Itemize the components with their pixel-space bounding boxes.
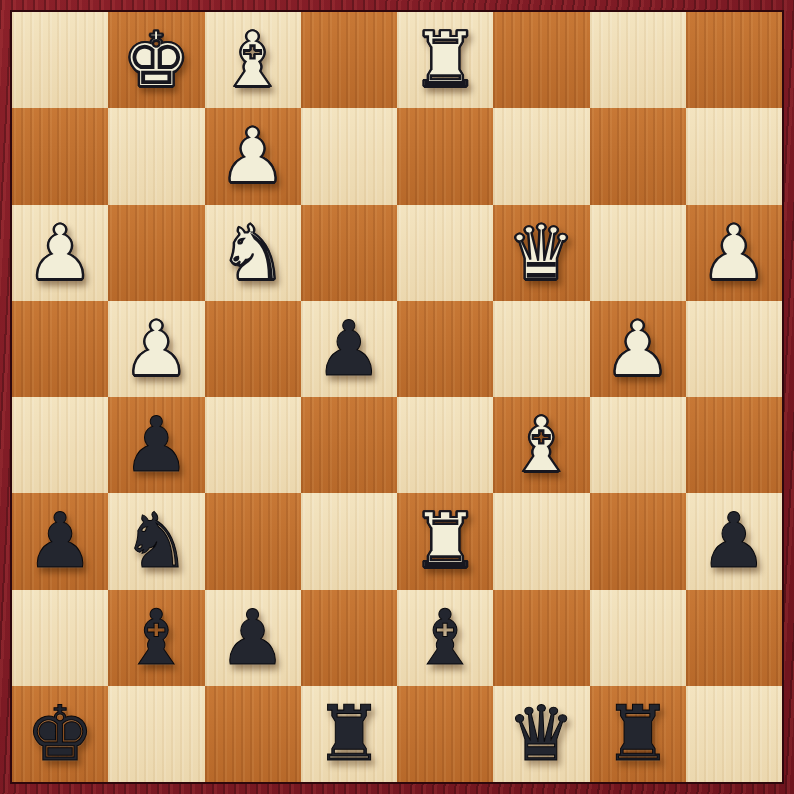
square-c6[interactable]: ♞︎ [205,205,301,301]
piece-white-pawn[interactable]: ♟︎ [26,215,94,291]
square-f3[interactable] [493,493,589,589]
square-a7[interactable] [12,108,108,204]
square-a6[interactable]: ♟︎ [12,205,108,301]
square-g6[interactable] [590,205,686,301]
square-e2[interactable]: ♝︎ [397,590,493,686]
square-d3[interactable] [301,493,397,589]
square-c1[interactable] [205,686,301,782]
square-c5[interactable] [205,301,301,397]
square-a1[interactable]: ♚︎ [12,686,108,782]
square-f7[interactable] [493,108,589,204]
piece-white-pawn[interactable]: ♟︎ [219,118,287,194]
piece-white-rook[interactable]: ♜︎ [411,503,479,579]
piece-white-pawn[interactable]: ♟︎ [700,215,768,291]
square-b3[interactable]: ♞︎ [108,493,204,589]
square-g2[interactable] [590,590,686,686]
square-b2[interactable]: ♝︎ [108,590,204,686]
piece-white-bishop[interactable]: ♝︎ [219,22,287,98]
square-a4[interactable] [12,397,108,493]
square-e3[interactable]: ♜︎ [397,493,493,589]
square-g3[interactable] [590,493,686,589]
square-e4[interactable] [397,397,493,493]
piece-white-rook[interactable]: ♜︎ [411,22,479,98]
square-b7[interactable] [108,108,204,204]
square-a2[interactable] [12,590,108,686]
piece-black-rook[interactable]: ♜︎ [315,696,383,772]
square-c4[interactable] [205,397,301,493]
piece-white-bishop[interactable]: ♝︎ [507,407,575,483]
square-h2[interactable] [686,590,782,686]
square-h8[interactable] [686,12,782,108]
piece-white-pawn[interactable]: ♟︎ [604,311,672,387]
square-e7[interactable] [397,108,493,204]
square-f4[interactable]: ♝︎ [493,397,589,493]
square-g7[interactable] [590,108,686,204]
piece-white-pawn[interactable]: ♟︎ [122,311,190,387]
square-h4[interactable] [686,397,782,493]
square-e6[interactable] [397,205,493,301]
square-b4[interactable]: ♟︎ [108,397,204,493]
square-e5[interactable] [397,301,493,397]
square-d5[interactable]: ♟︎ [301,301,397,397]
square-f6[interactable]: ♛︎ [493,205,589,301]
square-d8[interactable] [301,12,397,108]
piece-white-queen[interactable]: ♛︎ [507,215,575,291]
square-h7[interactable] [686,108,782,204]
square-c2[interactable]: ♟︎ [205,590,301,686]
piece-black-queen[interactable]: ♛︎ [507,696,575,772]
piece-black-pawn[interactable]: ♟︎ [700,503,768,579]
piece-black-pawn[interactable]: ♟︎ [122,407,190,483]
square-a5[interactable] [12,301,108,397]
square-f2[interactable] [493,590,589,686]
piece-white-king[interactable]: ♚︎ [122,22,190,98]
square-h5[interactable] [686,301,782,397]
piece-black-bishop[interactable]: ♝︎ [122,600,190,676]
chess-board: ♚︎♝︎♜︎♟︎♟︎♞︎♛︎♟︎♟︎♟︎♟︎♟︎♝︎♟︎♞︎♜︎♟︎♝︎♟︎♝︎… [10,10,784,784]
square-d4[interactable] [301,397,397,493]
square-g1[interactable]: ♜︎ [590,686,686,782]
square-h1[interactable] [686,686,782,782]
square-h3[interactable]: ♟︎ [686,493,782,589]
square-d1[interactable]: ♜︎ [301,686,397,782]
piece-black-pawn[interactable]: ♟︎ [315,311,383,387]
square-b8[interactable]: ♚︎ [108,12,204,108]
square-f8[interactable] [493,12,589,108]
square-d7[interactable] [301,108,397,204]
square-b6[interactable] [108,205,204,301]
square-c7[interactable]: ♟︎ [205,108,301,204]
square-c3[interactable] [205,493,301,589]
piece-white-knight[interactable]: ♞︎ [219,215,287,291]
piece-black-knight[interactable]: ♞︎ [122,503,190,579]
square-b1[interactable] [108,686,204,782]
square-a3[interactable]: ♟︎ [12,493,108,589]
piece-black-rook[interactable]: ♜︎ [604,696,672,772]
piece-black-pawn[interactable]: ♟︎ [219,600,287,676]
square-f1[interactable]: ♛︎ [493,686,589,782]
square-g5[interactable]: ♟︎ [590,301,686,397]
square-c8[interactable]: ♝︎ [205,12,301,108]
square-e1[interactable] [397,686,493,782]
square-b5[interactable]: ♟︎ [108,301,204,397]
square-d2[interactable] [301,590,397,686]
piece-black-pawn[interactable]: ♟︎ [26,503,94,579]
board-frame: ♚︎♝︎♜︎♟︎♟︎♞︎♛︎♟︎♟︎♟︎♟︎♟︎♝︎♟︎♞︎♜︎♟︎♝︎♟︎♝︎… [0,0,794,794]
piece-black-king[interactable]: ♚︎ [26,696,94,772]
square-g4[interactable] [590,397,686,493]
piece-black-bishop[interactable]: ♝︎ [411,600,479,676]
square-a8[interactable] [12,12,108,108]
square-h6[interactable]: ♟︎ [686,205,782,301]
square-e8[interactable]: ♜︎ [397,12,493,108]
square-d6[interactable] [301,205,397,301]
square-f5[interactable] [493,301,589,397]
square-g8[interactable] [590,12,686,108]
